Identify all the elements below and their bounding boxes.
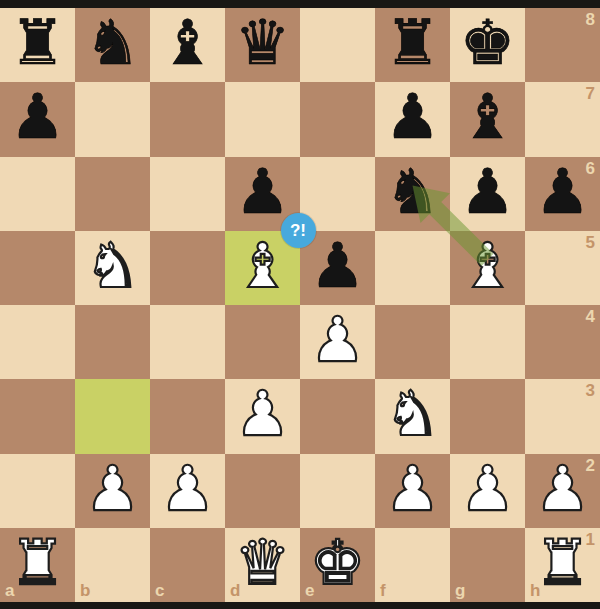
- square-a5[interactable]: [0, 231, 75, 305]
- square-f2[interactable]: ♟: [375, 454, 450, 528]
- rank-label-6: 6: [586, 160, 595, 177]
- square-a1[interactable]: ♜a: [0, 528, 75, 602]
- piece-bP-a7[interactable]: ♟: [10, 86, 66, 148]
- square-g8[interactable]: ♚: [450, 8, 525, 82]
- letterbox-bottom: [0, 602, 600, 609]
- square-d1[interactable]: ♛d: [225, 528, 300, 602]
- square-e3[interactable]: [300, 379, 375, 453]
- piece-bN-b8[interactable]: ♞: [85, 12, 141, 74]
- piece-wP-d3[interactable]: ♟: [235, 383, 291, 445]
- piece-wN-f3[interactable]: ♞: [385, 383, 441, 445]
- square-d2[interactable]: [225, 454, 300, 528]
- piece-bR-a8[interactable]: ♜: [10, 12, 66, 74]
- rank-label-8: 8: [586, 11, 595, 28]
- rank-label-3: 3: [586, 382, 595, 399]
- square-h6[interactable]: ♟6: [525, 157, 600, 231]
- piece-bN-f6[interactable]: ♞: [385, 161, 441, 223]
- square-e1[interactable]: ♚e: [300, 528, 375, 602]
- square-e2[interactable]: [300, 454, 375, 528]
- piece-wP-h2[interactable]: ♟: [535, 458, 591, 520]
- square-g2[interactable]: ♟: [450, 454, 525, 528]
- file-label-c: c: [155, 582, 164, 599]
- square-b7[interactable]: [75, 82, 150, 156]
- square-d3[interactable]: ♟: [225, 379, 300, 453]
- file-label-d: d: [230, 582, 240, 599]
- square-g3[interactable]: [450, 379, 525, 453]
- square-h2[interactable]: ♟2: [525, 454, 600, 528]
- piece-wP-e4[interactable]: ♟: [310, 309, 366, 371]
- square-f6[interactable]: ♞: [375, 157, 450, 231]
- square-e8[interactable]: [300, 8, 375, 82]
- square-c1[interactable]: c: [150, 528, 225, 602]
- piece-bR-f8[interactable]: ♜: [385, 12, 441, 74]
- square-g7[interactable]: ♝: [450, 82, 525, 156]
- move-quality-glyph: ?!: [290, 221, 306, 241]
- move-quality-badge: ?!: [281, 213, 316, 248]
- square-c4[interactable]: [150, 305, 225, 379]
- piece-wP-f2[interactable]: ♟: [385, 458, 441, 520]
- file-label-a: a: [5, 582, 14, 599]
- square-c3[interactable]: [150, 379, 225, 453]
- piece-bK-g8[interactable]: ♚: [460, 12, 516, 74]
- piece-bP-d6[interactable]: ♟: [235, 161, 291, 223]
- file-label-b: b: [80, 582, 90, 599]
- chess-board[interactable]: ♜♞♝♛♜♚8♟♟♝7♟♞♟♟6♞♝♟♝5♟4♟♞3♟♟♟♟♟2♜abc♛d♚e…: [0, 8, 600, 602]
- square-f8[interactable]: ♜: [375, 8, 450, 82]
- square-h1[interactable]: ♜1h: [525, 528, 600, 602]
- square-f1[interactable]: f: [375, 528, 450, 602]
- square-b6[interactable]: [75, 157, 150, 231]
- square-b2[interactable]: ♟: [75, 454, 150, 528]
- piece-wR-a1[interactable]: ♜: [10, 532, 66, 594]
- rank-label-2: 2: [586, 457, 595, 474]
- rank-label-1: 1: [586, 531, 595, 548]
- square-g1[interactable]: g: [450, 528, 525, 602]
- rank-label-5: 5: [586, 234, 595, 251]
- square-d4[interactable]: [225, 305, 300, 379]
- square-a4[interactable]: [0, 305, 75, 379]
- square-b3[interactable]: [75, 379, 150, 453]
- square-a8[interactable]: ♜: [0, 8, 75, 82]
- piece-wR-h1[interactable]: ♜: [535, 532, 591, 594]
- rank-label-7: 7: [586, 85, 595, 102]
- square-b8[interactable]: ♞: [75, 8, 150, 82]
- piece-wB-g5[interactable]: ♝: [460, 235, 516, 297]
- piece-bQ-d8[interactable]: ♛: [235, 12, 291, 74]
- square-a6[interactable]: [0, 157, 75, 231]
- square-a2[interactable]: [0, 454, 75, 528]
- square-a7[interactable]: ♟: [0, 82, 75, 156]
- square-c6[interactable]: [150, 157, 225, 231]
- piece-wN-b5[interactable]: ♞: [85, 235, 141, 297]
- piece-wQ-d1[interactable]: ♛: [235, 532, 291, 594]
- piece-bB-c8[interactable]: ♝: [160, 12, 216, 74]
- square-b4[interactable]: [75, 305, 150, 379]
- square-h5[interactable]: 5: [525, 231, 600, 305]
- square-f3[interactable]: ♞: [375, 379, 450, 453]
- piece-wB-d5[interactable]: ♝: [235, 235, 291, 297]
- square-b5[interactable]: ♞: [75, 231, 150, 305]
- square-h3[interactable]: 3: [525, 379, 600, 453]
- piece-bP-e5[interactable]: ♟: [310, 235, 366, 297]
- square-h4[interactable]: 4: [525, 305, 600, 379]
- square-e7[interactable]: [300, 82, 375, 156]
- square-c2[interactable]: ♟: [150, 454, 225, 528]
- square-f7[interactable]: ♟: [375, 82, 450, 156]
- file-label-e: e: [305, 582, 314, 599]
- piece-wP-c2[interactable]: ♟: [160, 458, 216, 520]
- piece-wP-g2[interactable]: ♟: [460, 458, 516, 520]
- square-c8[interactable]: ♝: [150, 8, 225, 82]
- square-c7[interactable]: [150, 82, 225, 156]
- square-a3[interactable]: [0, 379, 75, 453]
- square-d7[interactable]: [225, 82, 300, 156]
- square-g6[interactable]: ♟: [450, 157, 525, 231]
- square-f5[interactable]: [375, 231, 450, 305]
- square-d8[interactable]: ♛: [225, 8, 300, 82]
- piece-bB-g7[interactable]: ♝: [460, 86, 516, 148]
- rank-label-4: 4: [586, 308, 595, 325]
- square-g4[interactable]: [450, 305, 525, 379]
- file-label-h: h: [530, 582, 540, 599]
- piece-bP-g6[interactable]: ♟: [460, 161, 516, 223]
- square-g5[interactable]: ♝: [450, 231, 525, 305]
- chess-app-frame: ♜♞♝♛♜♚8♟♟♝7♟♞♟♟6♞♝♟♝5♟4♟♞3♟♟♟♟♟2♜abc♛d♚e…: [0, 0, 600, 609]
- file-label-g: g: [455, 582, 465, 599]
- square-c5[interactable]: [150, 231, 225, 305]
- square-h7[interactable]: 7: [525, 82, 600, 156]
- piece-bP-h6[interactable]: ♟: [535, 161, 591, 223]
- square-h8[interactable]: 8: [525, 8, 600, 82]
- piece-wK-e1[interactable]: ♚: [310, 532, 366, 594]
- file-label-f: f: [380, 582, 386, 599]
- piece-bP-f7[interactable]: ♟: [385, 86, 441, 148]
- square-e4[interactable]: ♟: [300, 305, 375, 379]
- square-f4[interactable]: [375, 305, 450, 379]
- piece-wP-b2[interactable]: ♟: [85, 458, 141, 520]
- square-b1[interactable]: b: [75, 528, 150, 602]
